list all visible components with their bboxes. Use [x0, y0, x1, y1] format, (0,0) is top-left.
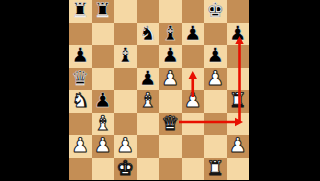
chess-board[interactable]: ♜♜♚♞♝♟♟♟♝♟♟♛♟♟♟♞♟♝♟♜♝♛♟♟♟♟♚♜	[69, 0, 249, 180]
square-b3[interactable]: ♝	[92, 113, 115, 136]
square-d8[interactable]	[137, 0, 160, 23]
white-rook[interactable]: ♜	[206, 158, 224, 178]
letterbox-left	[0, 0, 69, 180]
black-queen[interactable]: ♛	[71, 68, 89, 88]
square-g7[interactable]	[204, 23, 227, 46]
white-pawn[interactable]: ♟	[206, 68, 224, 88]
square-e6[interactable]: ♟	[159, 45, 182, 68]
square-a4[interactable]: ♞	[69, 90, 92, 113]
square-e3[interactable]: ♛	[159, 113, 182, 136]
square-g4[interactable]	[204, 90, 227, 113]
black-pawn[interactable]: ♟	[94, 90, 112, 110]
square-d6[interactable]	[137, 45, 160, 68]
white-pawn[interactable]: ♟	[71, 135, 89, 155]
white-bishop[interactable]: ♝	[139, 90, 157, 110]
black-rook[interactable]: ♜	[71, 0, 89, 20]
letterbox-right	[249, 0, 320, 180]
square-c6[interactable]: ♝	[114, 45, 137, 68]
white-pawn[interactable]: ♟	[184, 90, 202, 110]
square-b1[interactable]	[92, 158, 115, 181]
square-b8[interactable]: ♜	[92, 0, 115, 23]
black-rook[interactable]: ♜	[94, 0, 112, 20]
black-pawn[interactable]: ♟	[229, 23, 247, 43]
white-rook[interactable]: ♜	[229, 90, 247, 110]
white-queen[interactable]: ♛	[161, 113, 179, 133]
square-a6[interactable]: ♟	[69, 45, 92, 68]
square-a2[interactable]: ♟	[69, 135, 92, 158]
square-b2[interactable]: ♟	[92, 135, 115, 158]
square-c4[interactable]	[114, 90, 137, 113]
square-h7[interactable]: ♟	[227, 23, 250, 46]
white-knight[interactable]: ♞	[71, 90, 89, 110]
black-bishop[interactable]: ♝	[116, 45, 134, 65]
square-h5[interactable]	[227, 68, 250, 91]
square-a8[interactable]: ♜	[69, 0, 92, 23]
white-pawn[interactable]: ♟	[116, 135, 134, 155]
square-a5[interactable]: ♛	[69, 68, 92, 91]
square-f5[interactable]	[182, 68, 205, 91]
square-e1[interactable]	[159, 158, 182, 181]
black-pawn[interactable]: ♟	[184, 23, 202, 43]
square-f7[interactable]: ♟	[182, 23, 205, 46]
square-h4[interactable]: ♜	[227, 90, 250, 113]
square-h8[interactable]	[227, 0, 250, 23]
square-c7[interactable]	[114, 23, 137, 46]
square-e2[interactable]	[159, 135, 182, 158]
square-g5[interactable]: ♟	[204, 68, 227, 91]
black-pawn[interactable]: ♟	[71, 45, 89, 65]
square-b5[interactable]	[92, 68, 115, 91]
black-pawn[interactable]: ♟	[161, 45, 179, 65]
square-g8[interactable]: ♚	[204, 0, 227, 23]
white-pawn[interactable]: ♟	[229, 135, 247, 155]
square-g2[interactable]	[204, 135, 227, 158]
square-c5[interactable]	[114, 68, 137, 91]
square-a7[interactable]	[69, 23, 92, 46]
square-h6[interactable]	[227, 45, 250, 68]
square-h3[interactable]	[227, 113, 250, 136]
square-d5[interactable]: ♟	[137, 68, 160, 91]
square-f1[interactable]	[182, 158, 205, 181]
square-d1[interactable]	[137, 158, 160, 181]
square-d7[interactable]: ♞	[137, 23, 160, 46]
black-pawn[interactable]: ♟	[206, 45, 224, 65]
square-a1[interactable]	[69, 158, 92, 181]
square-a3[interactable]	[69, 113, 92, 136]
square-b7[interactable]	[92, 23, 115, 46]
square-d4[interactable]: ♝	[137, 90, 160, 113]
square-e8[interactable]	[159, 0, 182, 23]
square-c1[interactable]: ♚	[114, 158, 137, 181]
square-d2[interactable]	[137, 135, 160, 158]
square-c8[interactable]	[114, 0, 137, 23]
square-b6[interactable]	[92, 45, 115, 68]
square-g1[interactable]: ♜	[204, 158, 227, 181]
black-pawn[interactable]: ♟	[139, 68, 157, 88]
square-f3[interactable]	[182, 113, 205, 136]
square-b4[interactable]: ♟	[92, 90, 115, 113]
black-bishop[interactable]: ♝	[161, 23, 179, 43]
square-g6[interactable]: ♟	[204, 45, 227, 68]
video-frame: ♜♜♚♞♝♟♟♟♝♟♟♛♟♟♟♞♟♝♟♜♝♛♟♟♟♟♚♜	[0, 0, 320, 180]
square-h2[interactable]: ♟	[227, 135, 250, 158]
square-f8[interactable]	[182, 0, 205, 23]
white-pawn[interactable]: ♟	[161, 68, 179, 88]
square-f2[interactable]	[182, 135, 205, 158]
square-e7[interactable]: ♝	[159, 23, 182, 46]
black-king[interactable]: ♚	[206, 0, 224, 20]
white-bishop[interactable]: ♝	[94, 113, 112, 133]
square-e5[interactable]: ♟	[159, 68, 182, 91]
square-c2[interactable]: ♟	[114, 135, 137, 158]
square-f4[interactable]: ♟	[182, 90, 205, 113]
white-king[interactable]: ♚	[116, 158, 134, 178]
square-g3[interactable]	[204, 113, 227, 136]
black-knight[interactable]: ♞	[139, 23, 157, 43]
square-c3[interactable]	[114, 113, 137, 136]
square-e4[interactable]	[159, 90, 182, 113]
square-d3[interactable]	[137, 113, 160, 136]
square-h1[interactable]	[227, 158, 250, 181]
white-pawn[interactable]: ♟	[94, 135, 112, 155]
square-f6[interactable]	[182, 45, 205, 68]
